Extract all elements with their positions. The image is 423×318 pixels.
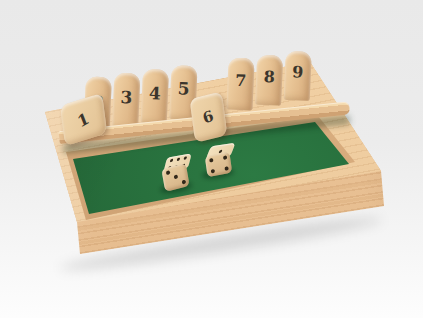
tile-9-number: 9: [292, 62, 304, 89]
die-pip: [183, 156, 187, 160]
right-die-front-pips: [207, 154, 230, 175]
tile-3[interactable]: 3: [112, 73, 140, 130]
tile-6-number: 6: [201, 106, 216, 127]
tile-5-number: 5: [177, 78, 190, 106]
tile-3-number: 3: [120, 87, 133, 115]
tile-row: 1 2 3 4 5 6: [40, 15, 311, 141]
die-pip: [224, 166, 228, 171]
tile-7[interactable]: 7: [226, 57, 254, 110]
right-die[interactable]: [205, 144, 235, 178]
tile-1-number: 1: [75, 108, 92, 131]
die-pip: [181, 180, 186, 185]
die-pip: [222, 155, 226, 160]
tile-8[interactable]: 8: [255, 55, 283, 106]
die-pip: [165, 170, 170, 175]
tile-9[interactable]: 9: [284, 51, 312, 101]
tile-6[interactable]: 6: [190, 91, 228, 143]
tile-4[interactable]: 4: [141, 69, 169, 125]
die-pip: [173, 175, 178, 180]
left-die-front-pips: [164, 166, 188, 190]
die-pip: [209, 158, 213, 163]
left-die-front-face: [161, 163, 189, 192]
tile-8-number: 8: [263, 66, 275, 93]
die-pip: [170, 159, 174, 163]
left-die[interactable]: [162, 155, 192, 191]
shut-the-box-photo: 1 2 3 4 5 6: [0, 0, 423, 318]
right-die-front-face: [205, 152, 232, 178]
die-pip: [210, 169, 214, 174]
tile-7-number: 7: [234, 70, 246, 97]
die-pip: [176, 157, 180, 161]
tile-4-number: 4: [148, 83, 161, 111]
